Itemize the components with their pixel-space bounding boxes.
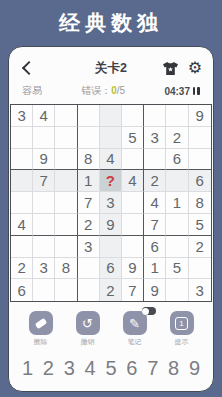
undo-icon: ↺ (76, 311, 100, 335)
sudoku-cell-r3c7[interactable] (144, 149, 166, 171)
sudoku-cell-r5c2[interactable] (33, 192, 55, 214)
sudoku-cell-r1c9[interactable]: 9 (189, 105, 211, 127)
sudoku-cell-r6c3[interactable] (55, 214, 77, 236)
sudoku-cell-r9c2[interactable] (33, 279, 55, 301)
toolbar: 擦除 ↺ 撤销 ✎ 笔记 1 提示 (17, 311, 205, 347)
sudoku-cell-r3c8[interactable]: 6 (166, 149, 188, 171)
sudoku-cell-r1c5[interactable] (100, 105, 122, 127)
sudoku-cell-r7c1[interactable] (11, 236, 33, 258)
sudoku-cell-r7c2[interactable] (33, 236, 55, 258)
erase-label: 擦除 (34, 337, 48, 347)
numpad-key-6[interactable]: 6 (126, 357, 137, 379)
sudoku-cell-r9c7[interactable]: 9 (144, 279, 166, 301)
sudoku-cell-r4c1[interactable] (11, 170, 33, 192)
sudoku-cell-r8c7[interactable]: 1 (144, 258, 166, 280)
sudoku-cell-r1c8[interactable] (166, 105, 188, 127)
sudoku-cell-r5c3[interactable] (55, 192, 77, 214)
sudoku-cell-r4c5[interactable]: ? (100, 170, 122, 192)
sudoku-cell-r8c5[interactable]: 6 (100, 258, 122, 280)
sudoku-cell-r4c7[interactable]: 2 (144, 170, 166, 192)
numpad-key-3[interactable]: 3 (64, 357, 75, 379)
numpad-key-2[interactable]: 2 (43, 357, 54, 379)
hint-icon: 1 (170, 311, 194, 335)
header: 关卡2 ⚙ (20, 55, 202, 81)
sudoku-cell-r4c4[interactable]: 1 (78, 170, 100, 192)
sudoku-cell-r5c5[interactable]: 3 (100, 192, 122, 214)
sudoku-cell-r9c6[interactable]: 7 (122, 279, 144, 301)
sudoku-cell-r7c3[interactable] (55, 236, 77, 258)
sudoku-cell-r9c5[interactable]: 2 (100, 279, 122, 301)
sudoku-grid: 349532984671?426734184297536223869156279… (10, 104, 212, 302)
sudoku-cell-r6c9[interactable]: 5 (189, 214, 211, 236)
sudoku-cell-r7c9[interactable]: 2 (189, 236, 211, 258)
sudoku-cell-r2c7[interactable]: 3 (144, 127, 166, 149)
sudoku-cell-r8c3[interactable]: 8 (55, 258, 77, 280)
sudoku-cell-r6c7[interactable]: 7 (144, 214, 166, 236)
sudoku-cell-r3c9[interactable] (189, 149, 211, 171)
sudoku-cell-r2c8[interactable]: 2 (166, 127, 188, 149)
sudoku-cell-r2c4[interactable] (78, 127, 100, 149)
eraser-icon (29, 311, 53, 335)
notes-label: 笔记 (128, 337, 142, 347)
sudoku-cell-r7c4[interactable]: 3 (78, 236, 100, 258)
sudoku-cell-r2c6[interactable]: 5 (122, 127, 144, 149)
sudoku-cell-r7c5[interactable] (100, 236, 122, 258)
notes-toggle[interactable] (142, 307, 156, 315)
sudoku-cell-r8c9[interactable] (189, 258, 211, 280)
notes-button[interactable]: ✎ 笔记 (113, 311, 157, 347)
sudoku-cell-r8c2[interactable]: 3 (33, 258, 55, 280)
sudoku-cell-r5c8[interactable]: 1 (166, 192, 188, 214)
sudoku-cell-r9c4[interactable] (78, 279, 100, 301)
sudoku-cell-r1c7[interactable] (144, 105, 166, 127)
sudoku-cell-r8c8[interactable]: 5 (166, 258, 188, 280)
pause-button[interactable] (193, 87, 200, 95)
sudoku-cell-r2c1[interactable] (11, 127, 33, 149)
sudoku-cell-r9c3[interactable] (55, 279, 77, 301)
app-title: 经典数独 (0, 0, 222, 41)
sudoku-cell-r6c6[interactable] (122, 214, 144, 236)
sudoku-cell-r8c6[interactable]: 9 (122, 258, 144, 280)
sudoku-cell-r1c2[interactable]: 4 (33, 105, 55, 127)
sudoku-cell-r3c5[interactable]: 4 (100, 149, 122, 171)
sudoku-cell-r1c6[interactable] (122, 105, 144, 127)
sudoku-cell-r4c2[interactable]: 7 (33, 170, 55, 192)
sudoku-cell-r4c3[interactable] (55, 170, 77, 192)
sudoku-cell-r2c9[interactable] (189, 127, 211, 149)
sudoku-cell-r8c1[interactable]: 2 (11, 258, 33, 280)
sudoku-cell-r7c8[interactable] (166, 236, 188, 258)
sudoku-cell-r4c9[interactable]: 6 (189, 170, 211, 192)
hint-label: 提示 (175, 337, 189, 347)
numpad-key-5[interactable]: 5 (105, 357, 116, 379)
sudoku-cell-r2c5[interactable] (100, 127, 122, 149)
sudoku-cell-r6c8[interactable] (166, 214, 188, 236)
sudoku-cell-r8c4[interactable] (78, 258, 100, 280)
numpad-key-9[interactable]: 9 (189, 357, 200, 379)
sudoku-cell-r3c2[interactable]: 9 (33, 149, 55, 171)
settings-gear-icon[interactable]: ⚙ (188, 60, 202, 76)
sudoku-cell-r9c8[interactable] (166, 279, 188, 301)
sudoku-cell-r6c5[interactable]: 9 (100, 214, 122, 236)
sudoku-cell-r5c9[interactable]: 8 (189, 192, 211, 214)
mistakes-counter: 错误：0/5 (81, 84, 125, 98)
sudoku-cell-r1c4[interactable] (78, 105, 100, 127)
sudoku-cell-r5c4[interactable]: 7 (78, 192, 100, 214)
sudoku-cell-r1c1[interactable]: 3 (11, 105, 33, 127)
sudoku-cell-r5c1[interactable] (11, 192, 33, 214)
sudoku-cell-r9c9[interactable]: 3 (189, 279, 211, 301)
sudoku-cell-r7c7[interactable]: 6 (144, 236, 166, 258)
game-panel: 关卡2 ⚙ 容易 错误：0/5 04:37 349532984671?42673… (8, 46, 214, 392)
sudoku-cell-r3c3[interactable] (55, 149, 77, 171)
numpad-key-7[interactable]: 7 (147, 357, 158, 379)
sudoku-cell-r3c6[interactable] (122, 149, 144, 171)
sudoku-cell-r6c2[interactable] (33, 214, 55, 236)
numpad-key-4[interactable]: 4 (85, 357, 96, 379)
sudoku-cell-r5c6[interactable] (122, 192, 144, 214)
hint-button[interactable]: 1 提示 (160, 311, 204, 347)
sudoku-cell-r1c3[interactable] (55, 105, 77, 127)
pencil-icon: ✎ (123, 311, 147, 335)
numpad: 123456789 (22, 357, 200, 379)
sudoku-cell-r5c7[interactable]: 4 (144, 192, 166, 214)
sudoku-cell-r9c1[interactable]: 6 (11, 279, 33, 301)
sudoku-cell-r4c6[interactable]: 4 (122, 170, 144, 192)
sudoku-cell-r6c4[interactable]: 2 (78, 214, 100, 236)
undo-label: 撤销 (81, 337, 95, 347)
sudoku-cell-r7c6[interactable] (122, 236, 144, 258)
sudoku-cell-r2c2[interactable] (33, 127, 55, 149)
sudoku-cell-r2c3[interactable] (55, 127, 77, 149)
sudoku-cell-r3c4[interactable]: 8 (78, 149, 100, 171)
difficulty-label: 容易 (22, 84, 42, 98)
numpad-key-1[interactable]: 1 (22, 357, 33, 379)
sudoku-cell-r3c1[interactable] (11, 149, 33, 171)
sudoku-cell-r6c1[interactable]: 4 (11, 214, 33, 236)
timer: 04:37 (164, 86, 190, 97)
undo-button[interactable]: ↺ 撤销 (66, 311, 110, 347)
erase-button[interactable]: 擦除 (19, 311, 63, 347)
numpad-key-8[interactable]: 8 (168, 357, 179, 379)
theme-tshirt-icon[interactable] (162, 61, 179, 76)
sudoku-cell-r4c8[interactable] (166, 170, 188, 192)
status-bar: 容易 错误：0/5 04:37 (22, 84, 200, 98)
